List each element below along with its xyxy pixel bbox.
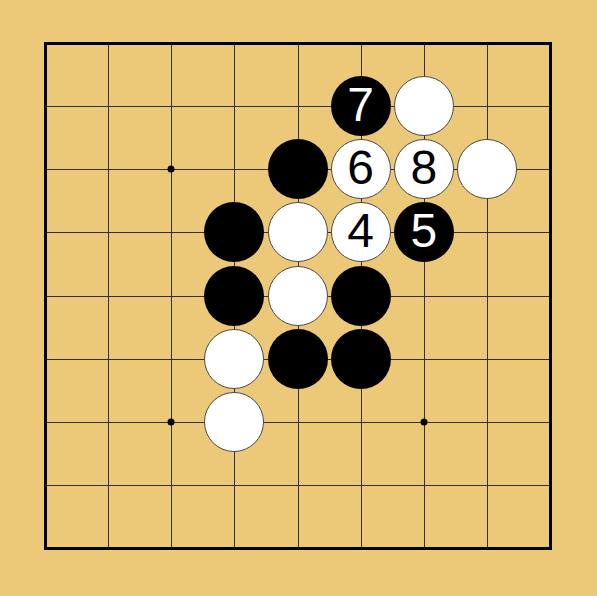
board-cell	[45, 296, 108, 359]
stone-black[interactable]	[331, 266, 391, 326]
stone-white[interactable]	[457, 139, 517, 199]
stone-black[interactable]	[268, 329, 328, 389]
board-cell	[424, 422, 487, 485]
stone-black[interactable]	[204, 266, 264, 326]
stone-black[interactable]	[204, 202, 264, 262]
board-cell	[171, 485, 234, 548]
move-number-label: 8	[410, 144, 437, 192]
stone-white[interactable]	[268, 266, 328, 326]
move-number-label: 6	[347, 144, 374, 192]
board-cell	[298, 422, 361, 485]
stone-black[interactable]	[268, 139, 328, 199]
board-cell	[234, 485, 297, 548]
board-cell	[487, 296, 550, 359]
stone-white[interactable]	[394, 76, 454, 136]
star-point	[420, 418, 427, 425]
board-cell	[424, 296, 487, 359]
stone-white-move-8[interactable]: 8	[394, 139, 454, 199]
stone-black[interactable]	[331, 329, 391, 389]
board-cell	[487, 422, 550, 485]
board-cell	[108, 232, 171, 295]
board-cell	[487, 485, 550, 548]
board-cell	[487, 43, 550, 106]
board-cell	[298, 485, 361, 548]
go-diagram: 76845	[0, 0, 597, 596]
stone-white-move-4[interactable]: 4	[331, 202, 391, 262]
board-cell	[45, 232, 108, 295]
board-cell	[45, 169, 108, 232]
star-point	[168, 418, 175, 425]
board-cell	[108, 43, 171, 106]
board-cell	[424, 359, 487, 422]
board-cell	[108, 422, 171, 485]
board-cell	[487, 232, 550, 295]
board-cell	[45, 43, 108, 106]
board-cell	[108, 359, 171, 422]
board-cell	[45, 106, 108, 169]
board-cell	[45, 359, 108, 422]
stone-white[interactable]	[268, 202, 328, 262]
stone-white[interactable]	[204, 392, 264, 452]
board-cell	[108, 169, 171, 232]
board-cell	[361, 485, 424, 548]
board-cell	[108, 106, 171, 169]
board-cell	[45, 422, 108, 485]
board-cell	[171, 43, 234, 106]
board-cell	[487, 359, 550, 422]
board-cell	[171, 106, 234, 169]
board-cell	[108, 296, 171, 359]
move-number-label: 4	[347, 207, 374, 255]
board-cell	[361, 422, 424, 485]
stone-white-move-6[interactable]: 6	[331, 139, 391, 199]
go-board[interactable]: 76845	[45, 43, 550, 548]
board-cell	[108, 485, 171, 548]
stone-white[interactable]	[204, 329, 264, 389]
stone-black-move-7[interactable]: 7	[331, 76, 391, 136]
move-number-label: 7	[347, 81, 374, 129]
board-cell	[234, 43, 297, 106]
star-point	[168, 166, 175, 173]
board-cell	[424, 485, 487, 548]
board-cell	[45, 485, 108, 548]
stone-black-move-5[interactable]: 5	[394, 202, 454, 262]
move-number-label: 5	[410, 207, 437, 255]
